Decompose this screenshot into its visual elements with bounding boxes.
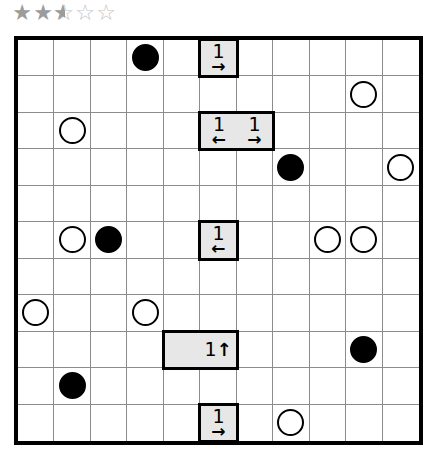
- cell-r3-c2[interactable]: [91, 149, 127, 185]
- cell-r6-c5[interactable]: [200, 259, 236, 295]
- cell-r7-c1[interactable]: [54, 295, 90, 331]
- cell-r0-c1[interactable]: [54, 40, 90, 76]
- cell-r5-c10[interactable]: [383, 222, 419, 258]
- up-arrow-icon: ↑: [216, 340, 231, 359]
- clue-box-r0-c5: 1→: [198, 38, 238, 78]
- cell-r2-c3[interactable]: [127, 113, 163, 149]
- right-arrow-icon: →: [211, 425, 225, 438]
- cell-r3-c10[interactable]: [383, 149, 419, 185]
- cell-r2-c2[interactable]: [91, 113, 127, 149]
- cell-r8-c0[interactable]: [18, 332, 54, 368]
- cell-r2-c1[interactable]: [54, 113, 90, 149]
- cell-r10-c6[interactable]: [237, 405, 273, 441]
- cell-r9-c2[interactable]: [91, 368, 127, 404]
- cell-r10-c7[interactable]: [273, 405, 309, 441]
- cell-r5-c9[interactable]: [346, 222, 382, 258]
- cell-r7-c0[interactable]: [18, 295, 54, 331]
- cell-r7-c7[interactable]: [273, 295, 309, 331]
- black-pearl: [132, 44, 159, 71]
- cell-r5-c1[interactable]: [54, 222, 90, 258]
- cell-r10-c9[interactable]: [346, 405, 382, 441]
- cell-r5-c4[interactable]: [164, 222, 200, 258]
- cell-r1-c9[interactable]: [346, 76, 382, 112]
- puzzle-board: 1→1←1→1←1↑1→: [14, 36, 423, 445]
- cell-r7-c2[interactable]: [91, 295, 127, 331]
- cell-r8-c9[interactable]: [346, 332, 382, 368]
- star-filled-icon: ★: [11, 0, 32, 27]
- cell-r8-c10[interactable]: [383, 332, 419, 368]
- left-arrow-icon: ←: [211, 242, 225, 255]
- cell-r8-c8[interactable]: [310, 332, 346, 368]
- cell-r2-c4[interactable]: [164, 113, 200, 149]
- cell-r5-c0[interactable]: [18, 222, 54, 258]
- cell-r1-c1[interactable]: [54, 76, 90, 112]
- clue-cell-up: 1↑: [200, 333, 235, 367]
- cell-r9-c1[interactable]: [54, 368, 90, 404]
- cell-r6-c9[interactable]: [346, 259, 382, 295]
- cell-r1-c5[interactable]: [200, 76, 236, 112]
- cell-r2-c9[interactable]: [346, 113, 382, 149]
- clue-blank-cell: [165, 333, 200, 367]
- cell-r2-c10[interactable]: [383, 113, 419, 149]
- cell-r4-c10[interactable]: [383, 186, 419, 222]
- cell-r6-c2[interactable]: [91, 259, 127, 295]
- cell-r3-c0[interactable]: [18, 149, 54, 185]
- cell-r0-c3[interactable]: [127, 40, 163, 76]
- cell-r4-c4[interactable]: [164, 186, 200, 222]
- cell-r0-c8[interactable]: [310, 40, 346, 76]
- clue-cell-right: 1→: [201, 41, 235, 75]
- cell-r9-c8[interactable]: [310, 368, 346, 404]
- cell-r6-c10[interactable]: [383, 259, 419, 295]
- cell-r3-c9[interactable]: [346, 149, 382, 185]
- cell-r7-c4[interactable]: [164, 295, 200, 331]
- cell-r4-c9[interactable]: [346, 186, 382, 222]
- cell-r5-c8[interactable]: [310, 222, 346, 258]
- cell-r3-c1[interactable]: [54, 149, 90, 185]
- cell-r1-c3[interactable]: [127, 76, 163, 112]
- cell-r9-c9[interactable]: [346, 368, 382, 404]
- star-empty-icon: ☆: [95, 0, 116, 27]
- clue-cell-left: 1←: [201, 223, 235, 257]
- cell-r1-c0[interactable]: [18, 76, 54, 112]
- cell-r9-c5[interactable]: [200, 368, 236, 404]
- cell-r0-c6[interactable]: [237, 40, 273, 76]
- cell-r9-c7[interactable]: [273, 368, 309, 404]
- cell-r3-c7[interactable]: [273, 149, 309, 185]
- clue-box-r10-c5: 1→: [198, 403, 238, 443]
- clue-box-r2-c5: 1←1→: [198, 111, 275, 151]
- white-pearl: [59, 226, 86, 253]
- cell-r10-c4[interactable]: [164, 405, 200, 441]
- clue-box-r5-c5: 1←: [198, 220, 238, 260]
- cell-r6-c1[interactable]: [54, 259, 90, 295]
- cell-r0-c4[interactable]: [164, 40, 200, 76]
- cell-r4-c3[interactable]: [127, 186, 163, 222]
- cell-r3-c4[interactable]: [164, 149, 200, 185]
- black-pearl: [277, 154, 304, 181]
- white-pearl: [314, 226, 341, 253]
- cell-r10-c10[interactable]: [383, 405, 419, 441]
- cell-r0-c10[interactable]: [383, 40, 419, 76]
- black-pearl: [59, 372, 86, 399]
- cell-r4-c5[interactable]: [200, 186, 236, 222]
- cell-r8-c2[interactable]: [91, 332, 127, 368]
- white-pearl: [22, 299, 49, 326]
- cell-r6-c8[interactable]: [310, 259, 346, 295]
- cell-r10-c8[interactable]: [310, 405, 346, 441]
- cell-r8-c7[interactable]: [273, 332, 309, 368]
- white-pearl: [277, 409, 304, 436]
- black-pearl: [350, 336, 377, 363]
- white-pearl: [132, 299, 159, 326]
- cell-r0-c2[interactable]: [91, 40, 127, 76]
- cell-r3-c3[interactable]: [127, 149, 163, 185]
- star-empty-icon: ☆: [74, 0, 95, 27]
- white-pearl: [350, 226, 377, 253]
- cell-r4-c6[interactable]: [237, 186, 273, 222]
- cell-r9-c6[interactable]: [237, 368, 273, 404]
- cell-r7-c6[interactable]: [237, 295, 273, 331]
- cell-r10-c2[interactable]: [91, 405, 127, 441]
- cell-r0-c7[interactable]: [273, 40, 309, 76]
- cell-r8-c3[interactable]: [127, 332, 163, 368]
- cell-r2-c8[interactable]: [310, 113, 346, 149]
- black-pearl: [95, 226, 122, 253]
- white-pearl: [387, 154, 414, 181]
- cell-r0-c0[interactable]: [18, 40, 54, 76]
- cell-r5-c2[interactable]: [91, 222, 127, 258]
- star-filled-icon: ★: [32, 0, 53, 27]
- cell-r10-c1[interactable]: [54, 405, 90, 441]
- right-arrow-icon: →: [211, 60, 225, 73]
- cell-r3-c5[interactable]: [200, 149, 236, 185]
- clue-box-r8-c4: 1↑: [162, 330, 239, 370]
- clue-number: 1: [204, 340, 216, 359]
- cell-r1-c2[interactable]: [91, 76, 127, 112]
- white-pearl: [59, 117, 86, 144]
- cell-r1-c10[interactable]: [383, 76, 419, 112]
- left-arrow-icon: ←: [212, 133, 226, 146]
- cell-r3-c8[interactable]: [310, 149, 346, 185]
- cell-r6-c0[interactable]: [18, 259, 54, 295]
- cell-r5-c3[interactable]: [127, 222, 163, 258]
- difficulty-rating: ★★☆★☆☆: [11, 0, 116, 27]
- cell-r2-c0[interactable]: [18, 113, 54, 149]
- cell-r4-c8[interactable]: [310, 186, 346, 222]
- cell-r6-c3[interactable]: [127, 259, 163, 295]
- cell-r9-c10[interactable]: [383, 368, 419, 404]
- cell-r1-c7[interactable]: [273, 76, 309, 112]
- clue-cell-left: 1←: [201, 114, 236, 148]
- cell-r5-c6[interactable]: [237, 222, 273, 258]
- cell-r7-c8[interactable]: [310, 295, 346, 331]
- star-half-icon: ☆★: [53, 0, 74, 27]
- cell-r8-c1[interactable]: [54, 332, 90, 368]
- right-arrow-icon: →: [247, 133, 261, 146]
- cell-r1-c6[interactable]: [237, 76, 273, 112]
- white-pearl: [350, 81, 377, 108]
- cell-r5-c7[interactable]: [273, 222, 309, 258]
- clue-cell-right: 1→: [237, 114, 272, 148]
- cell-r6-c6[interactable]: [237, 259, 273, 295]
- cell-r9-c4[interactable]: [164, 368, 200, 404]
- cell-r3-c6[interactable]: [237, 149, 273, 185]
- cell-r9-c3[interactable]: [127, 368, 163, 404]
- cell-r4-c2[interactable]: [91, 186, 127, 222]
- cell-r4-c7[interactable]: [273, 186, 309, 222]
- cell-r6-c4[interactable]: [164, 259, 200, 295]
- cell-r4-c0[interactable]: [18, 186, 54, 222]
- cell-r4-c1[interactable]: [54, 186, 90, 222]
- cell-r0-c9[interactable]: [346, 40, 382, 76]
- cell-r7-c9[interactable]: [346, 295, 382, 331]
- cell-r1-c4[interactable]: [164, 76, 200, 112]
- cell-r9-c0[interactable]: [18, 368, 54, 404]
- cell-r10-c3[interactable]: [127, 405, 163, 441]
- clue-cell-right: 1→: [201, 406, 235, 440]
- cell-r8-c6[interactable]: [237, 332, 273, 368]
- cell-r6-c7[interactable]: [273, 259, 309, 295]
- cell-r2-c7[interactable]: [273, 113, 309, 149]
- cell-r7-c5[interactable]: [200, 295, 236, 331]
- cell-r10-c0[interactable]: [18, 405, 54, 441]
- cell-r7-c10[interactable]: [383, 295, 419, 331]
- cell-r7-c3[interactable]: [127, 295, 163, 331]
- cell-r1-c8[interactable]: [310, 76, 346, 112]
